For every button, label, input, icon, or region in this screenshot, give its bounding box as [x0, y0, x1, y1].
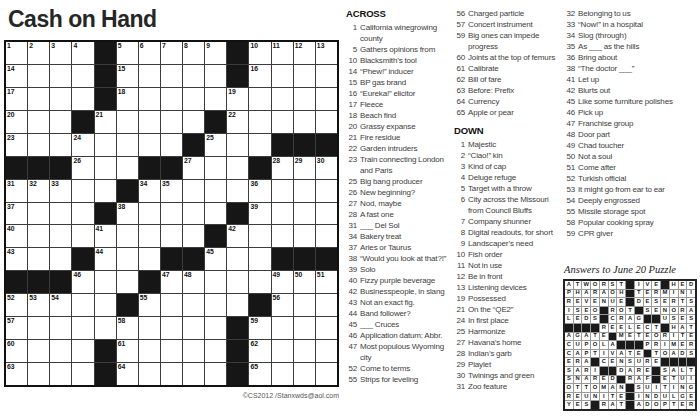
grid-cell[interactable] [28, 111, 49, 133]
grid-cell[interactable]: 30 [316, 157, 337, 179]
grid-cell[interactable] [50, 363, 71, 385]
grid-cell[interactable] [28, 363, 49, 385]
grid-cell[interactable]: 47 [161, 271, 182, 293]
grid-cell[interactable]: 13 [316, 42, 337, 64]
clue: 40Fizzy purple beverage [346, 275, 454, 286]
grid-cell[interactable] [28, 317, 49, 339]
grid-cell: N [617, 384, 625, 392]
grid-cell[interactable] [72, 65, 93, 87]
grid-cell: E [574, 298, 582, 306]
grid-cell: R [565, 298, 573, 306]
grid-cell[interactable]: 7 [161, 42, 182, 64]
clue-text: Joints at the top of femurs [468, 52, 564, 63]
grid-cell[interactable] [316, 340, 337, 362]
clue: 1Majestic [454, 139, 564, 150]
grid-cell[interactable] [95, 294, 116, 316]
clue: 4Deluge refuge [454, 172, 564, 183]
grid-cell[interactable] [50, 111, 71, 133]
grid-cell[interactable] [50, 225, 71, 247]
black-square [600, 315, 608, 323]
grid-cell[interactable] [316, 363, 337, 385]
grid-cell[interactable] [294, 65, 315, 87]
grid-cell[interactable] [316, 225, 337, 247]
grid-cell: H [670, 281, 678, 289]
grid-cell[interactable] [227, 294, 248, 316]
grid-cell[interactable]: 23 [6, 134, 27, 156]
grid-cell[interactable] [117, 225, 138, 247]
grid-cell: U [644, 384, 652, 392]
clue-number: 43 [346, 297, 360, 308]
black-square [50, 157, 71, 179]
grid-cell[interactable] [227, 271, 248, 293]
grid-cell: S [582, 401, 590, 409]
grid-cell[interactable]: 17 [6, 88, 27, 110]
grid-cell[interactable] [249, 225, 270, 247]
grid-cell[interactable] [72, 294, 93, 316]
black-square [227, 340, 248, 362]
grid-cell[interactable]: 27 [183, 157, 204, 179]
grid-cell[interactable] [183, 111, 204, 133]
grid-cell[interactable] [249, 248, 270, 270]
clue-text: A fast one [360, 209, 454, 220]
clue-number: 34 [564, 30, 578, 41]
grid-cell[interactable] [161, 363, 182, 385]
clue: 30Twinings and green [454, 370, 564, 381]
clue-text: Gathers opinions from [360, 44, 454, 55]
clue-number: 4 [454, 172, 468, 183]
clue: 14“Phew!” inducer [346, 66, 454, 77]
cell-number: 47 [162, 271, 170, 279]
grid-cell[interactable] [316, 65, 337, 87]
clue-number: 11 [454, 260, 468, 271]
clue-number: 42 [346, 286, 360, 297]
grid-cell: U [582, 393, 590, 401]
grid-cell[interactable]: 26 [72, 157, 93, 179]
grid-cell[interactable] [183, 180, 204, 202]
grid-cell[interactable] [205, 180, 226, 202]
grid-cell[interactable] [316, 88, 337, 110]
grid-cell[interactable] [205, 317, 226, 339]
grid-cell[interactable]: 28 [272, 157, 293, 179]
grid-cell[interactable]: 40 [6, 225, 27, 247]
grid-cell[interactable]: 10 [249, 42, 270, 64]
grid-cell[interactable]: 56 [272, 294, 293, 316]
grid-cell[interactable] [161, 317, 182, 339]
grid-cell[interactable] [95, 157, 116, 179]
grid-cell: O [591, 307, 599, 315]
grid-cell[interactable]: 60 [6, 340, 27, 362]
grid-cell[interactable]: 52 [6, 294, 27, 316]
clue-text: Bill of fare [468, 74, 564, 85]
clue-text: On the “QE2” [468, 304, 564, 315]
grid-cell[interactable] [205, 363, 226, 385]
cell-number: 10 [250, 42, 258, 50]
grid-cell: W [582, 281, 590, 289]
cell-number: 8 [184, 42, 188, 50]
grid-cell[interactable] [272, 340, 293, 362]
clue-number: 5 [346, 44, 360, 55]
grid-cell[interactable] [139, 248, 160, 270]
grid-cell[interactable] [139, 203, 160, 225]
clue-text: Like some furniture polishes [578, 96, 690, 107]
grid-cell: G [687, 384, 695, 392]
grid-cell[interactable]: 12 [294, 42, 315, 64]
grid-cell[interactable]: 31 [6, 180, 27, 202]
grid-cell[interactable] [95, 317, 116, 339]
grid-cell[interactable]: 22 [227, 111, 248, 133]
grid-cell[interactable] [50, 317, 71, 339]
grid-cell[interactable] [50, 65, 71, 87]
grid-cell[interactable] [294, 203, 315, 225]
grid-cell[interactable]: 41 [95, 225, 116, 247]
grid-cell[interactable] [294, 363, 315, 385]
grid-cell[interactable]: 43 [6, 248, 27, 270]
clue-number: 31 [454, 381, 468, 392]
grid-cell[interactable]: 58 [117, 317, 138, 339]
grid-cell[interactable]: 46 [72, 271, 93, 293]
grid-cell[interactable] [205, 340, 226, 362]
grid-cell[interactable] [183, 340, 204, 362]
grid-cell[interactable] [294, 317, 315, 339]
grid-cell[interactable] [316, 180, 337, 202]
grid-cell[interactable] [117, 111, 138, 133]
grid-cell[interactable] [272, 363, 293, 385]
grid-cell: E [635, 350, 643, 358]
clue-number: 47 [564, 118, 578, 129]
clue: 59CPR giver [564, 228, 690, 239]
grid-cell[interactable] [28, 203, 49, 225]
grid-cell[interactable] [139, 65, 160, 87]
grid-cell[interactable] [183, 88, 204, 110]
clue: 39Solo [346, 264, 454, 275]
grid-cell[interactable]: 18 [117, 88, 138, 110]
grid-cell: A [582, 290, 590, 298]
clue: 19Possessed [454, 293, 564, 304]
black-square [626, 401, 634, 409]
grid-cell: E [687, 333, 695, 341]
grid-cell: C [600, 358, 608, 366]
grid-cell: A [565, 281, 573, 289]
grid-cell[interactable]: 25 [205, 134, 226, 156]
grid-cell[interactable]: 65 [249, 363, 270, 385]
black-square [72, 248, 93, 270]
grid-cell: E [582, 307, 590, 315]
grid-cell: A [582, 358, 590, 366]
cell-number: 31 [7, 180, 15, 188]
grid-cell[interactable] [28, 225, 49, 247]
grid-cell[interactable] [117, 134, 138, 156]
clue-number: 10 [454, 249, 468, 260]
grid-cell: E [600, 333, 608, 341]
grid-cell[interactable] [183, 203, 204, 225]
clue-text: Listening devices [468, 282, 564, 293]
grid-cell[interactable] [316, 111, 337, 133]
grid-cell[interactable] [72, 317, 93, 339]
grid-cell[interactable] [139, 363, 160, 385]
grid-cell: R [591, 376, 599, 384]
grid-cell[interactable]: 53 [28, 294, 49, 316]
grid-cell[interactable] [294, 88, 315, 110]
grid-cell[interactable] [161, 111, 182, 133]
grid-cell[interactable] [72, 180, 93, 202]
grid-cell[interactable] [316, 203, 337, 225]
grid-cell: E [679, 281, 687, 289]
grid-cell: A [609, 341, 617, 349]
grid-cell[interactable]: 4 [72, 42, 93, 64]
grid-cell[interactable] [117, 271, 138, 293]
grid-cell[interactable]: 3 [50, 42, 71, 64]
grid-cell[interactable] [183, 294, 204, 316]
grid-cell[interactable] [161, 225, 182, 247]
grid-cell[interactable] [227, 134, 248, 156]
grid-cell: T [626, 350, 634, 358]
grid-cell[interactable] [95, 271, 116, 293]
grid-cell[interactable]: 15 [117, 65, 138, 87]
black-square [652, 376, 660, 384]
clue-number: 64 [454, 96, 468, 107]
grid-cell[interactable]: 34 [139, 180, 160, 202]
grid-cell[interactable]: 1 [6, 42, 27, 64]
clue-text: Bring about [578, 52, 690, 63]
grid-cell[interactable] [294, 225, 315, 247]
clue-text: Target with a throw [468, 183, 564, 194]
grid-cell[interactable] [28, 248, 49, 270]
grid-cell: R [670, 298, 678, 306]
grid-cell[interactable] [205, 294, 226, 316]
grid-cell[interactable]: 64 [117, 363, 138, 385]
grid-cell[interactable] [249, 88, 270, 110]
grid-cell[interactable]: 16 [249, 65, 270, 87]
grid-cell[interactable] [28, 88, 49, 110]
grid-cell: R [687, 341, 695, 349]
grid-cell[interactable] [272, 111, 293, 133]
grid-cell[interactable] [139, 225, 160, 247]
grid-cell: P [582, 341, 590, 349]
clue-number: 25 [454, 326, 468, 337]
grid-cell: R [600, 401, 608, 409]
grid-cell[interactable]: 45 [205, 248, 226, 270]
grid-cell[interactable] [95, 180, 116, 202]
clue: 1California winegrowing county [346, 22, 454, 44]
grid-cell[interactable]: 20 [6, 111, 27, 133]
clue-column-1: ACROSS1California winegrowing county5Gat… [346, 8, 454, 385]
grid-cell[interactable] [72, 225, 93, 247]
grid-cell: E [591, 298, 599, 306]
grid-cell[interactable] [272, 225, 293, 247]
cell-number: 6 [140, 42, 144, 50]
grid-cell[interactable] [161, 134, 182, 156]
grid-cell[interactable]: 55 [139, 294, 160, 316]
grid-cell: T [609, 393, 617, 401]
grid-cell[interactable] [316, 317, 337, 339]
grid-cell[interactable] [139, 88, 160, 110]
grid-cell[interactable]: 37 [6, 203, 27, 225]
grid-cell[interactable] [272, 180, 293, 202]
grid-cell[interactable]: 62 [249, 340, 270, 362]
clue-text: Deluge refuge [468, 172, 564, 183]
clue: 22Garden intruders [346, 143, 454, 154]
grid-cell[interactable]: 49 [272, 271, 293, 293]
grid-cell[interactable]: 42 [227, 225, 248, 247]
black-square [272, 134, 293, 156]
clue: 35As ___ as the hills [564, 41, 690, 52]
grid-cell[interactable] [272, 88, 293, 110]
grid-cell[interactable] [227, 248, 248, 270]
grid-cell[interactable] [72, 203, 93, 225]
grid-cell[interactable] [72, 363, 93, 385]
grid-cell[interactable] [161, 294, 182, 316]
grid-cell: I [652, 384, 660, 392]
grid-cell[interactable]: 44 [95, 248, 116, 270]
grid-cell[interactable] [139, 340, 160, 362]
grid-cell: E [661, 298, 669, 306]
grid-cell: H [617, 290, 625, 298]
cell-number: 16 [250, 65, 258, 73]
grid-cell[interactable]: 48 [183, 271, 204, 293]
grid-cell[interactable] [117, 157, 138, 179]
grid-cell: T [617, 281, 625, 289]
grid-cell[interactable] [95, 134, 116, 156]
cell-number: 29 [295, 157, 303, 165]
grid-cell[interactable] [272, 65, 293, 87]
grid-cell[interactable] [161, 340, 182, 362]
cell-number: 4 [73, 42, 77, 50]
grid-cell[interactable] [139, 134, 160, 156]
grid-cell[interactable] [28, 65, 49, 87]
grid-cell[interactable] [205, 271, 226, 293]
grid-cell[interactable]: 35 [161, 180, 182, 202]
black-square [626, 290, 634, 298]
grid-cell[interactable]: 39 [249, 203, 270, 225]
grid-cell[interactable] [294, 294, 315, 316]
grid-cell[interactable]: 2 [28, 42, 49, 64]
grid-cell[interactable]: 24 [72, 134, 93, 156]
grid-cell[interactable]: 19 [227, 88, 248, 110]
grid-cell[interactable] [72, 340, 93, 362]
cell-number: 7 [162, 42, 166, 50]
grid-cell[interactable]: 14 [6, 65, 27, 87]
grid-cell[interactable]: 54 [50, 294, 71, 316]
grid-cell[interactable]: 9 [205, 42, 226, 64]
grid-cell[interactable] [50, 134, 71, 156]
grid-cell[interactable]: 11 [272, 42, 293, 64]
grid-cell[interactable] [183, 225, 204, 247]
clue-text: Come to terms [360, 363, 454, 374]
grid-cell[interactable]: 59 [249, 317, 270, 339]
grid-cell[interactable] [205, 88, 226, 110]
grid-cell[interactable] [294, 111, 315, 133]
clue: 62Bill of fare [454, 74, 564, 85]
grid-cell[interactable] [139, 317, 160, 339]
grid-cell[interactable]: 57 [6, 317, 27, 339]
grid-cell[interactable] [249, 134, 270, 156]
grid-cell[interactable] [183, 363, 204, 385]
grid-cell: T [661, 384, 669, 392]
grid-cell[interactable]: 21 [95, 111, 116, 133]
grid-cell: A [670, 367, 678, 375]
grid-cell[interactable] [161, 88, 182, 110]
grid-cell[interactable]: 61 [117, 340, 138, 362]
grid-cell[interactable] [205, 203, 226, 225]
grid-cell[interactable]: 29 [294, 157, 315, 179]
grid-cell[interactable] [272, 317, 293, 339]
grid-cell[interactable]: 36 [249, 180, 270, 202]
grid-cell[interactable]: 63 [6, 363, 27, 385]
grid-cell: R [644, 358, 652, 366]
grid-cell[interactable]: 8 [183, 42, 204, 64]
grid-cell: D [679, 350, 687, 358]
grid-cell[interactable]: 5 [117, 42, 138, 64]
grid-cell: E [617, 393, 625, 401]
grid-cell[interactable] [205, 65, 226, 87]
grid-cell[interactable]: 33 [50, 180, 71, 202]
grid-cell: A [609, 401, 617, 409]
grid-cell[interactable] [161, 203, 182, 225]
clue-text: Landscaper’s need [468, 238, 564, 249]
grid-cell[interactable]: 51 [316, 271, 337, 293]
grid-cell[interactable] [316, 294, 337, 316]
grid-cell[interactable]: 32 [28, 180, 49, 202]
grid-cell[interactable] [50, 203, 71, 225]
clue: 64Currency [454, 96, 564, 107]
grid-cell[interactable]: 6 [139, 42, 160, 64]
clue-number: 6 [454, 194, 468, 216]
clue-number: 17 [346, 99, 360, 110]
grid-cell: R [635, 367, 643, 375]
black-square [294, 134, 315, 156]
grid-cell[interactable] [294, 340, 315, 362]
grid-cell[interactable] [50, 340, 71, 362]
grid-cell: T [687, 367, 695, 375]
grid-cell[interactable] [294, 180, 315, 202]
grid-cell: A [609, 384, 617, 392]
grid-cell: L [626, 324, 634, 332]
grid-cell: O [652, 333, 660, 341]
grid-cell[interactable] [161, 65, 182, 87]
grid-cell[interactable] [227, 157, 248, 179]
grid-cell: R [679, 307, 687, 315]
grid-cell: L [679, 367, 687, 375]
grid-cell[interactable] [227, 180, 248, 202]
grid-cell[interactable] [72, 88, 93, 110]
grid-cell[interactable]: 38 [117, 203, 138, 225]
grid-cell[interactable] [139, 111, 160, 133]
grid-cell: R [591, 290, 599, 298]
grid-cell: E [617, 324, 625, 332]
grid-cell[interactable] [183, 317, 204, 339]
grid-cell[interactable] [117, 248, 138, 270]
cell-number: 65 [250, 363, 258, 371]
grid-cell[interactable] [249, 271, 270, 293]
clue-text: Slog (through) [578, 30, 690, 41]
grid-cell[interactable] [205, 157, 226, 179]
grid-cell[interactable] [50, 248, 71, 270]
grid-cell[interactable] [50, 88, 71, 110]
grid-cell[interactable] [28, 340, 49, 362]
grid-cell[interactable] [249, 111, 270, 133]
grid-cell[interactable] [183, 65, 204, 87]
clue-number: 58 [564, 217, 578, 228]
clue-number: 29 [454, 359, 468, 370]
cell-number: 28 [273, 157, 281, 165]
grid-cell: T [591, 350, 599, 358]
grid-cell[interactable] [28, 134, 49, 156]
clue: 46Application datum: Abbr. [346, 330, 454, 341]
grid-cell[interactable] [272, 203, 293, 225]
black-square [670, 358, 678, 366]
clue-text: Concert instrument [468, 19, 564, 30]
grid-cell[interactable]: 50 [294, 271, 315, 293]
